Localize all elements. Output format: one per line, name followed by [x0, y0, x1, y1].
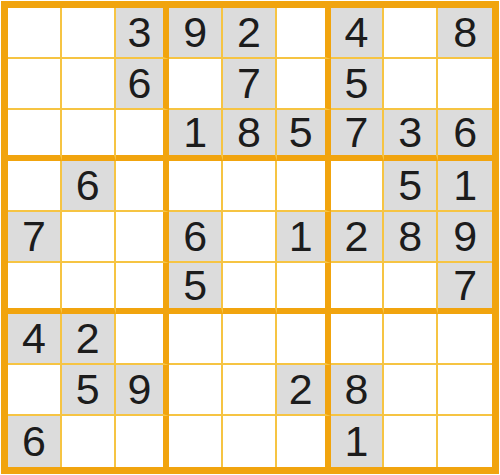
- cell-r7c3[interactable]: [116, 314, 170, 365]
- cell-r2c6[interactable]: [277, 59, 331, 110]
- cell-r7c1: 4: [8, 314, 62, 365]
- cell-r3c4: 1: [169, 110, 223, 161]
- cell-r7c5[interactable]: [223, 314, 277, 365]
- cell-r6c1[interactable]: [8, 263, 62, 314]
- cell-r2c1[interactable]: [8, 59, 62, 110]
- cell-r9c7: 1: [331, 416, 385, 467]
- cell-r7c7[interactable]: [331, 314, 385, 365]
- cell-r2c5: 7: [223, 59, 277, 110]
- cell-r6c5[interactable]: [223, 263, 277, 314]
- cell-r4c4[interactable]: [169, 161, 223, 212]
- cell-r9c9[interactable]: [438, 416, 492, 467]
- cell-r8c4[interactable]: [169, 365, 223, 416]
- cell-r3c8: 3: [384, 110, 438, 161]
- cell-r7c2: 2: [62, 314, 116, 365]
- cell-r5c3[interactable]: [116, 212, 170, 263]
- cell-r4c7[interactable]: [331, 161, 385, 212]
- cell-r4c3[interactable]: [116, 161, 170, 212]
- cell-r4c2: 6: [62, 161, 116, 212]
- cell-r3c9: 6: [438, 110, 492, 161]
- cell-r3c7: 7: [331, 110, 385, 161]
- cell-r6c6[interactable]: [277, 263, 331, 314]
- cell-r9c6[interactable]: [277, 416, 331, 467]
- cell-r7c6[interactable]: [277, 314, 331, 365]
- cell-r8c7: 8: [331, 365, 385, 416]
- cell-r1c4: 9: [169, 8, 223, 59]
- cell-r9c3[interactable]: [116, 416, 170, 467]
- cell-r1c8[interactable]: [384, 8, 438, 59]
- cell-r2c3: 6: [116, 59, 170, 110]
- cell-r1c6[interactable]: [277, 8, 331, 59]
- cell-r5c7: 2: [331, 212, 385, 263]
- cell-r4c9: 1: [438, 161, 492, 212]
- cell-r3c1[interactable]: [8, 110, 62, 161]
- cell-r1c2[interactable]: [62, 8, 116, 59]
- cell-r3c5: 8: [223, 110, 277, 161]
- cell-r1c5: 2: [223, 8, 277, 59]
- cell-r5c8: 8: [384, 212, 438, 263]
- cell-r6c9: 7: [438, 263, 492, 314]
- cell-r9c4[interactable]: [169, 416, 223, 467]
- cell-r6c7[interactable]: [331, 263, 385, 314]
- cell-r9c5[interactable]: [223, 416, 277, 467]
- sudoku-board: 392486751857366517612895742592861: [1, 1, 499, 474]
- cell-r5c2[interactable]: [62, 212, 116, 263]
- cell-r6c4: 5: [169, 263, 223, 314]
- cell-r1c1[interactable]: [8, 8, 62, 59]
- cell-r9c1: 6: [8, 416, 62, 467]
- cell-r8c8[interactable]: [384, 365, 438, 416]
- cell-r6c8[interactable]: [384, 263, 438, 314]
- cell-r4c6[interactable]: [277, 161, 331, 212]
- cell-r5c9: 9: [438, 212, 492, 263]
- cell-r5c5[interactable]: [223, 212, 277, 263]
- sudoku-page: 392486751857366517612895742592861: [0, 0, 500, 475]
- cell-r5c1: 7: [8, 212, 62, 263]
- cell-r8c1[interactable]: [8, 365, 62, 416]
- cell-r5c4: 6: [169, 212, 223, 263]
- cell-r2c7: 5: [331, 59, 385, 110]
- cell-r1c3: 3: [116, 8, 170, 59]
- cell-r3c6: 5: [277, 110, 331, 161]
- cell-r5c6: 1: [277, 212, 331, 263]
- cell-r4c1[interactable]: [8, 161, 62, 212]
- cell-r4c8: 5: [384, 161, 438, 212]
- cell-r2c9[interactable]: [438, 59, 492, 110]
- cell-r2c2[interactable]: [62, 59, 116, 110]
- cell-r7c8[interactable]: [384, 314, 438, 365]
- cell-r2c8[interactable]: [384, 59, 438, 110]
- cell-r2c4[interactable]: [169, 59, 223, 110]
- cell-r7c4[interactable]: [169, 314, 223, 365]
- cell-r4c5[interactable]: [223, 161, 277, 212]
- cell-r1c9: 8: [438, 8, 492, 59]
- cell-r3c3[interactable]: [116, 110, 170, 161]
- cell-r8c2: 5: [62, 365, 116, 416]
- cell-r6c2[interactable]: [62, 263, 116, 314]
- cell-r8c9[interactable]: [438, 365, 492, 416]
- cell-r8c5[interactable]: [223, 365, 277, 416]
- cell-r8c6: 2: [277, 365, 331, 416]
- cell-r9c2[interactable]: [62, 416, 116, 467]
- cell-r7c9[interactable]: [438, 314, 492, 365]
- cell-r8c3: 9: [116, 365, 170, 416]
- cell-r6c3[interactable]: [116, 263, 170, 314]
- cell-r9c8[interactable]: [384, 416, 438, 467]
- cell-r3c2[interactable]: [62, 110, 116, 161]
- cell-r1c7: 4: [331, 8, 385, 59]
